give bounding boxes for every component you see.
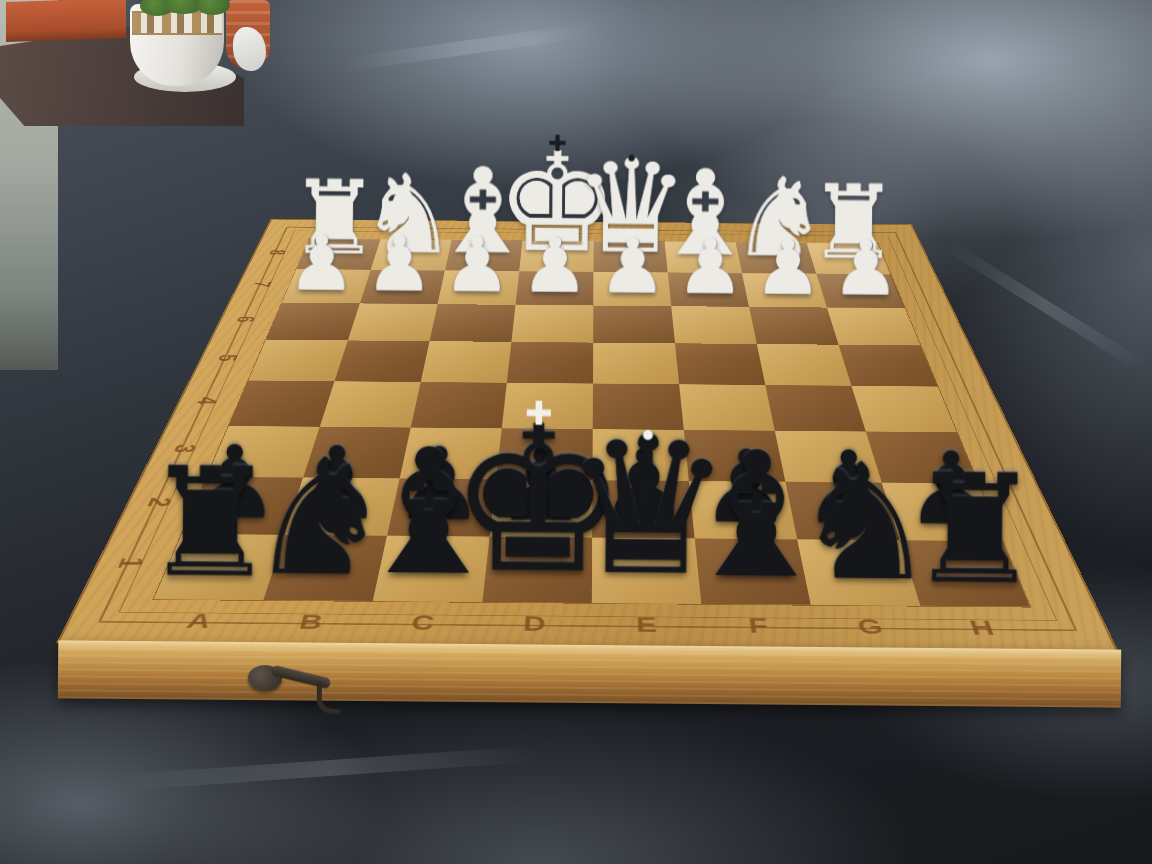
square-d5[interactable]: [507, 342, 593, 384]
board-front-face: [58, 640, 1121, 707]
terracotta-planter-box: [6, 0, 126, 42]
tarp-crease: [120, 745, 540, 790]
board-grid: ♜♞♝♚✚♛●♝♞♜♟♟♟♟♟♟♟♟♟♟♟♟♟♟♟♟♜♞♝♚✚♛●♝♞♜: [152, 238, 1031, 607]
square-d6[interactable]: [511, 305, 593, 343]
pawn-glyph: ♟: [520, 228, 589, 305]
square-g6[interactable]: [749, 307, 838, 345]
clasp-hook: [317, 682, 340, 714]
square-g1[interactable]: ♞: [797, 539, 920, 605]
square-d7[interactable]: ♟: [516, 271, 594, 305]
piece-white-pawn-c7[interactable]: ♟: [443, 227, 512, 304]
pawn-glyph: ♟: [831, 230, 900, 307]
square-c7[interactable]: ♟: [438, 271, 520, 305]
square-a4[interactable]: [229, 381, 335, 427]
square-h5[interactable]: [839, 345, 938, 387]
piece-white-pawn-d7[interactable]: ♟: [520, 228, 589, 305]
pawn-glyph: ♟: [598, 228, 667, 305]
piece-black-rook-h1[interactable]: ♜: [907, 453, 1043, 604]
green-plant: [140, 0, 232, 18]
square-e5[interactable]: [593, 343, 679, 385]
pawn-glyph: ♟: [365, 226, 434, 303]
square-g5[interactable]: [757, 344, 852, 386]
piece-white-pawn-g7[interactable]: ♟: [754, 230, 823, 307]
square-h7[interactable]: ♟: [816, 274, 904, 308]
square-b7[interactable]: ♟: [360, 270, 445, 304]
square-a6[interactable]: [266, 303, 360, 341]
pawn-glyph: ♟: [676, 229, 745, 306]
square-h4[interactable]: [851, 386, 956, 433]
square-h1[interactable]: ♜: [900, 540, 1030, 606]
piece-white-pawn-a7[interactable]: ♟: [287, 226, 356, 303]
square-f5[interactable]: [675, 343, 765, 385]
square-a5[interactable]: [248, 340, 347, 382]
rook-glyph: ♜: [907, 453, 1043, 604]
square-c5[interactable]: [421, 341, 512, 383]
piece-white-pawn-e7[interactable]: ♟: [598, 228, 667, 305]
square-a7[interactable]: ♟: [282, 269, 371, 303]
square-e7[interactable]: ♟: [593, 272, 671, 306]
pawn-glyph: ♟: [443, 227, 512, 304]
square-c6[interactable]: [430, 304, 516, 342]
piece-white-pawn-f7[interactable]: ♟: [676, 229, 745, 306]
pawn-glyph: ♟: [754, 230, 823, 307]
piece-white-pawn-b7[interactable]: ♟: [365, 226, 434, 303]
square-b5[interactable]: [335, 340, 430, 382]
square-h6[interactable]: [827, 308, 920, 346]
pawn-glyph: ♟: [287, 226, 356, 303]
tarp-crease: [340, 22, 599, 72]
piece-white-pawn-h7[interactable]: ♟: [831, 230, 900, 307]
tarp-crease: [944, 240, 1145, 372]
square-f7[interactable]: ♟: [668, 273, 749, 307]
square-g7[interactable]: ♟: [742, 273, 827, 307]
